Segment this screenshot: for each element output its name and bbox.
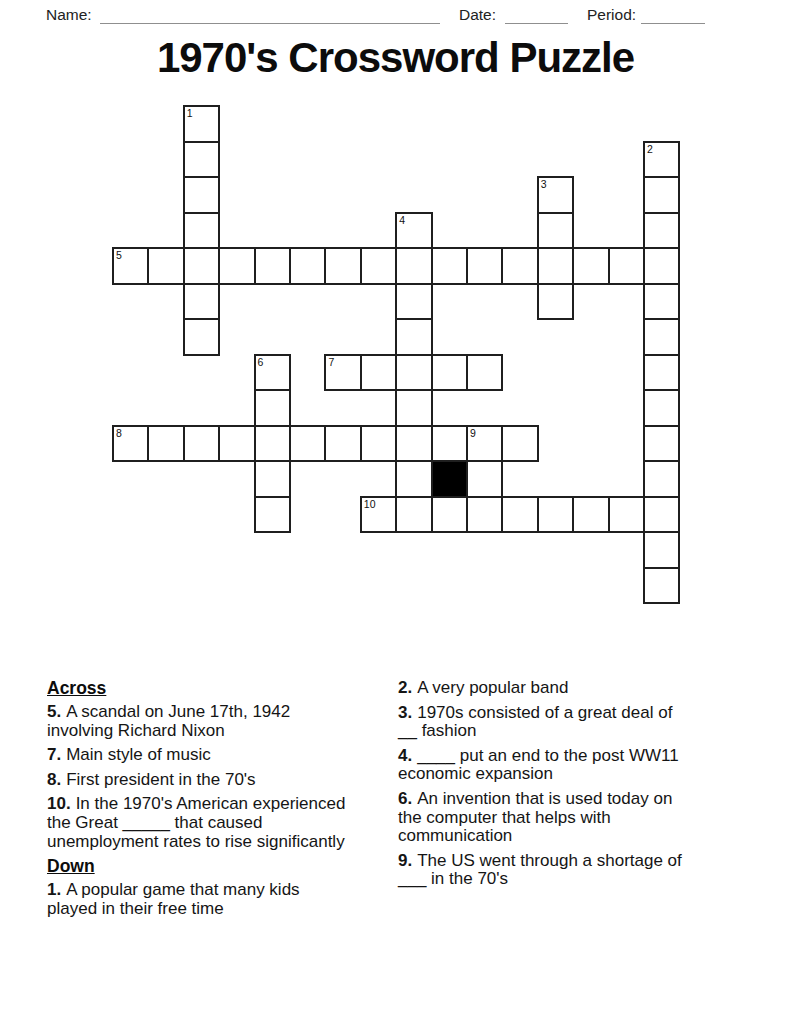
grid-cell[interactable]: 5: [112, 247, 149, 285]
grid-cell[interactable]: [183, 283, 220, 321]
grid-cell[interactable]: [643, 389, 680, 427]
grid-cell[interactable]: [395, 318, 432, 356]
date-label: Date:: [459, 6, 496, 24]
grid-cell[interactable]: [431, 247, 468, 285]
grid-cell[interactable]: [431, 354, 468, 392]
clue-item-down-2: 2.A very popular band: [398, 679, 738, 698]
name-label: Name:: [46, 6, 92, 24]
clue-text: In the 1970's American experienced the G…: [47, 794, 345, 850]
cell-number: 4: [399, 214, 405, 226]
period-label: Period:: [587, 6, 636, 24]
clues-right-column: 2.A very popular band3.1970s consisted o…: [398, 679, 738, 895]
down-heading: Down: [47, 857, 399, 876]
cell-number: 7: [328, 356, 334, 368]
grid-cell[interactable]: [254, 247, 291, 285]
grid-cell[interactable]: [643, 247, 680, 285]
cell-number: 3: [541, 178, 547, 190]
grid-cell[interactable]: [501, 247, 538, 285]
grid-cell[interactable]: [183, 247, 220, 285]
grid-cell[interactable]: [183, 318, 220, 356]
grid-cell[interactable]: [289, 247, 326, 285]
grid-cell[interactable]: 1: [183, 105, 220, 143]
grid-cell[interactable]: [395, 389, 432, 427]
worksheet-page: Name: Date: Period: 1970's Crossword Puz…: [0, 0, 791, 1024]
grid-cell[interactable]: [431, 425, 468, 463]
grid-cell[interactable]: [643, 283, 680, 321]
clue-number-label: 9.: [398, 851, 412, 870]
down-clue-list-left: 1.A popular game that many kids played i…: [47, 881, 399, 918]
grid-cell[interactable]: [501, 496, 538, 534]
grid-cell[interactable]: 7: [324, 354, 361, 392]
grid-cell[interactable]: 9: [466, 425, 503, 463]
grid-cell[interactable]: [395, 496, 432, 534]
grid-cell[interactable]: [254, 496, 291, 534]
grid-cell[interactable]: [254, 425, 291, 463]
clue-text: A popular game that many kids played in …: [47, 880, 300, 918]
grid-cell[interactable]: [643, 460, 680, 498]
black-cell: [431, 460, 468, 498]
clue-text: A scandal on June 17th, 1942 involving R…: [47, 702, 290, 740]
cell-number: 8: [116, 427, 122, 439]
grid-cell[interactable]: 3: [537, 176, 574, 214]
grid-cell[interactable]: [537, 247, 574, 285]
grid-cell[interactable]: [572, 247, 609, 285]
grid-cell[interactable]: [643, 567, 680, 605]
grid-cell[interactable]: [147, 425, 184, 463]
grid-cell[interactable]: 8: [112, 425, 149, 463]
grid-cell[interactable]: [218, 247, 255, 285]
name-blank-line[interactable]: [100, 6, 440, 24]
grid-cell[interactable]: 2: [643, 141, 680, 179]
clue-text: 1970s consisted of a great deal of __ fa…: [398, 703, 672, 741]
clue-item-across-8: 8.First president in the 70's: [47, 771, 399, 790]
clue-item-down-6: 6.An invention that is used today on the…: [398, 790, 738, 846]
clues-left-column: Across 5.A scandal on June 17th, 1942 in…: [47, 679, 399, 924]
clue-item-down-9: 9.The US went through a shortage of ___ …: [398, 852, 738, 889]
grid-cell[interactable]: [466, 496, 503, 534]
grid-cell[interactable]: 10: [360, 496, 397, 534]
grid-cell[interactable]: [608, 496, 645, 534]
clue-text: The US went through a shortage of ___ in…: [398, 851, 682, 889]
grid-cell[interactable]: [360, 354, 397, 392]
clue-number-label: 4.: [398, 746, 412, 765]
grid-cell[interactable]: [147, 247, 184, 285]
grid-cell[interactable]: [643, 425, 680, 463]
cell-number: 9: [470, 427, 476, 439]
clue-item-across-5: 5.A scandal on June 17th, 1942 involving…: [47, 703, 399, 740]
grid-cell[interactable]: [360, 247, 397, 285]
cell-number: 10: [364, 498, 376, 510]
grid-cell[interactable]: [537, 283, 574, 321]
clue-item-down-4: 4.____ put an end to the post WW11 econo…: [398, 747, 738, 784]
cell-number: 1: [187, 107, 193, 119]
grid-cell[interactable]: [643, 354, 680, 392]
grid-cell[interactable]: [395, 247, 432, 285]
crossword-grid: 12345678910: [112, 105, 684, 607]
grid-cell[interactable]: [183, 176, 220, 214]
clue-number-label: 8.: [47, 770, 61, 789]
grid-cell[interactable]: [183, 425, 220, 463]
clue-text: Main style of music: [66, 745, 211, 764]
clue-item-across-7: 7.Main style of music: [47, 746, 399, 765]
grid-cell[interactable]: [395, 425, 432, 463]
clue-number-label: 5.: [47, 702, 61, 721]
grid-cell[interactable]: 6: [254, 354, 291, 392]
grid-cell[interactable]: [324, 247, 361, 285]
grid-cell[interactable]: [431, 496, 468, 534]
grid-cell[interactable]: [395, 283, 432, 321]
grid-cell[interactable]: [466, 354, 503, 392]
period-blank-line[interactable]: [641, 6, 705, 24]
clue-text: First president in the 70's: [66, 770, 255, 789]
clue-number-label: 3.: [398, 703, 412, 722]
grid-cell[interactable]: 4: [395, 212, 432, 250]
grid-cell[interactable]: [537, 496, 574, 534]
date-blank-line[interactable]: [505, 6, 568, 24]
across-heading: Across: [47, 679, 399, 698]
down-clue-list-right: 2.A very popular band3.1970s consisted o…: [398, 679, 738, 889]
grid-cell[interactable]: [324, 425, 361, 463]
clue-item-across-10: 10.In the 1970's American experienced th…: [47, 795, 399, 851]
grid-cell[interactable]: [501, 425, 538, 463]
grid-cell[interactable]: [183, 141, 220, 179]
grid-cell[interactable]: [183, 212, 220, 250]
grid-cell[interactable]: [643, 318, 680, 356]
cell-number: 2: [647, 143, 653, 155]
grid-cell[interactable]: [643, 212, 680, 250]
across-clue-list: 5.A scandal on June 17th, 1942 involving…: [47, 703, 399, 851]
grid-cell[interactable]: [395, 354, 432, 392]
grid-cell[interactable]: [289, 425, 326, 463]
clue-item-down-1: 1.A popular game that many kids played i…: [47, 881, 399, 918]
grid-cell[interactable]: [395, 460, 432, 498]
cell-number: 6: [258, 356, 264, 368]
cell-number: 5: [116, 249, 122, 261]
grid-cell[interactable]: [360, 425, 397, 463]
page-title: 1970's Crossword Puzzle: [0, 34, 791, 82]
clue-number-label: 1.: [47, 880, 61, 899]
grid-cell[interactable]: [466, 460, 503, 498]
grid-cell[interactable]: [466, 247, 503, 285]
clue-number-label: 2.: [398, 678, 412, 697]
grid-cell[interactable]: [218, 425, 255, 463]
clue-text: A very popular band: [417, 678, 568, 697]
grid-cell[interactable]: [537, 212, 574, 250]
grid-cell[interactable]: [254, 460, 291, 498]
grid-cell[interactable]: [643, 176, 680, 214]
grid-cell[interactable]: [572, 496, 609, 534]
clue-number-label: 10.: [47, 794, 71, 813]
grid-cell[interactable]: [643, 496, 680, 534]
grid-cell[interactable]: [608, 247, 645, 285]
clue-number-label: 7.: [47, 745, 61, 764]
grid-cell[interactable]: [643, 531, 680, 569]
clue-item-down-3: 3.1970s consisted of a great deal of __ …: [398, 704, 738, 741]
grid-cell[interactable]: [254, 389, 291, 427]
clue-text: An invention that is used today on the c…: [398, 789, 672, 845]
clue-number-label: 6.: [398, 789, 412, 808]
clue-text: ____ put an end to the post WW11 economi…: [398, 746, 679, 784]
